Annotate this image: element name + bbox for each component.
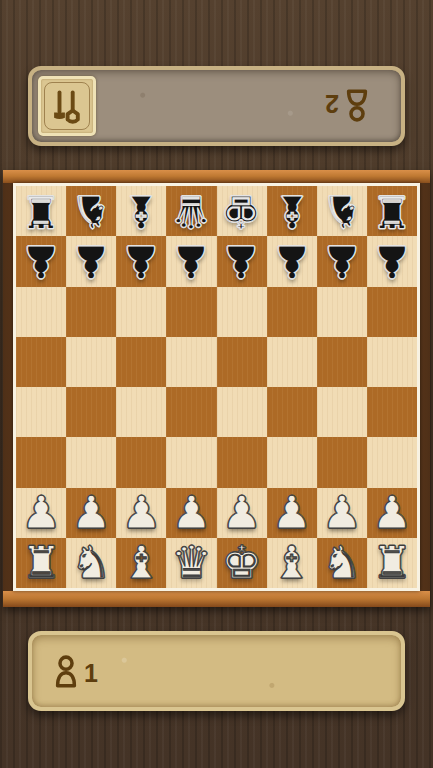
piece-white-rook[interactable]: ♜ <box>372 538 412 588</box>
square-g4[interactable] <box>317 387 367 437</box>
square-f3[interactable] <box>267 437 317 487</box>
piece-white-pawn[interactable]: ♟ <box>121 488 161 538</box>
square-a1[interactable]: ♜ <box>16 538 66 588</box>
square-e2[interactable]: ♟ <box>217 488 267 538</box>
square-b3[interactable] <box>66 437 116 487</box>
square-a7[interactable]: ♟ <box>16 236 66 286</box>
square-e1[interactable]: ♚ <box>217 538 267 588</box>
player-icon <box>341 89 373 123</box>
square-d7[interactable]: ♟ <box>166 236 216 286</box>
piece-white-bishop[interactable]: ♝ <box>121 538 161 588</box>
piece-black-pawn[interactable]: ♟ <box>272 236 312 286</box>
square-h8[interactable]: ♜ <box>367 186 417 236</box>
square-c6[interactable] <box>116 287 166 337</box>
square-c2[interactable]: ♟ <box>116 488 166 538</box>
player-info-bottom: 1 <box>50 654 98 688</box>
piece-black-rook[interactable]: ♜ <box>372 186 412 236</box>
chess-board-frame: ♜♞♝♛♚♝♞♜♟♟♟♟♟♟♟♟♟♟♟♟♟♟♟♟♜♞♝♛♚♝♞♜ <box>3 170 430 607</box>
square-a5[interactable] <box>16 337 66 387</box>
square-b1[interactable]: ♞ <box>66 538 116 588</box>
square-h2[interactable]: ♟ <box>367 488 417 538</box>
square-f7[interactable]: ♟ <box>267 236 317 286</box>
player-info-top: 2 <box>325 89 373 123</box>
player-panel-bottom: 1 <box>28 631 405 711</box>
square-g1[interactable]: ♞ <box>317 538 367 588</box>
piece-white-pawn[interactable]: ♟ <box>21 488 61 538</box>
piece-white-knight[interactable]: ♞ <box>322 538 362 588</box>
square-h3[interactable] <box>367 437 417 487</box>
piece-white-king[interactable]: ♚ <box>221 538 261 588</box>
square-g7[interactable]: ♟ <box>317 236 367 286</box>
square-b6[interactable] <box>66 287 116 337</box>
square-e7[interactable]: ♟ <box>217 236 267 286</box>
square-h6[interactable] <box>367 287 417 337</box>
square-c7[interactable]: ♟ <box>116 236 166 286</box>
piece-black-pawn[interactable]: ♟ <box>221 236 261 286</box>
square-g3[interactable] <box>317 437 367 487</box>
square-d3[interactable] <box>166 437 216 487</box>
piece-black-knight[interactable]: ♞ <box>322 186 362 236</box>
square-g6[interactable] <box>317 287 367 337</box>
square-a2[interactable]: ♟ <box>16 488 66 538</box>
piece-black-king[interactable]: ♚ <box>221 186 261 236</box>
board-frame-top-edge <box>3 170 430 183</box>
app-screen: 2 ♜♞♝♛♚♝♞♜♟♟♟♟♟♟♟♟♟♟♟♟♟♟♟♟♜♞♝♛♚♝♞♜ <box>0 0 433 768</box>
piece-black-rook[interactable]: ♜ <box>21 186 61 236</box>
piece-black-pawn[interactable]: ♟ <box>372 236 412 286</box>
player-icon <box>50 654 82 688</box>
piece-black-queen[interactable]: ♛ <box>171 186 211 236</box>
square-g5[interactable] <box>317 337 367 387</box>
piece-white-pawn[interactable]: ♟ <box>221 488 261 538</box>
piece-white-pawn[interactable]: ♟ <box>71 488 111 538</box>
square-f8[interactable]: ♝ <box>267 186 317 236</box>
piece-white-pawn[interactable]: ♟ <box>171 488 211 538</box>
square-g8[interactable]: ♞ <box>317 186 367 236</box>
square-e8[interactable]: ♚ <box>217 186 267 236</box>
square-a8[interactable]: ♜ <box>16 186 66 236</box>
piece-black-bishop[interactable]: ♝ <box>121 186 161 236</box>
wrench-hammer-icon <box>49 88 85 124</box>
square-e5[interactable] <box>217 337 267 387</box>
player-number-top: 2 <box>325 91 339 117</box>
piece-white-rook[interactable]: ♜ <box>21 538 61 588</box>
square-d6[interactable] <box>166 287 216 337</box>
square-f6[interactable] <box>267 287 317 337</box>
square-b2[interactable]: ♟ <box>66 488 116 538</box>
square-c1[interactable]: ♝ <box>116 538 166 588</box>
piece-white-pawn[interactable]: ♟ <box>272 488 312 538</box>
square-d2[interactable]: ♟ <box>166 488 216 538</box>
piece-black-pawn[interactable]: ♟ <box>121 236 161 286</box>
square-f4[interactable] <box>267 387 317 437</box>
square-b8[interactable]: ♞ <box>66 186 116 236</box>
square-d1[interactable]: ♛ <box>166 538 216 588</box>
square-a6[interactable] <box>16 287 66 337</box>
square-d4[interactable] <box>166 387 216 437</box>
square-b5[interactable] <box>66 337 116 387</box>
square-h5[interactable] <box>367 337 417 387</box>
square-b4[interactable] <box>66 387 116 437</box>
piece-black-pawn[interactable]: ♟ <box>71 236 111 286</box>
square-a4[interactable] <box>16 387 66 437</box>
player-panel-top: 2 <box>28 66 405 146</box>
square-f2[interactable]: ♟ <box>267 488 317 538</box>
piece-white-queen[interactable]: ♛ <box>171 538 211 588</box>
piece-black-pawn[interactable]: ♟ <box>171 236 211 286</box>
square-e6[interactable] <box>217 287 267 337</box>
square-a3[interactable] <box>16 437 66 487</box>
square-c3[interactable] <box>116 437 166 487</box>
square-f5[interactable] <box>267 337 317 387</box>
piece-black-pawn[interactable]: ♟ <box>21 236 61 286</box>
square-g2[interactable]: ♟ <box>317 488 367 538</box>
piece-white-pawn[interactable]: ♟ <box>322 488 362 538</box>
square-e4[interactable] <box>217 387 267 437</box>
square-c8[interactable]: ♝ <box>116 186 166 236</box>
piece-black-bishop[interactable]: ♝ <box>272 186 312 236</box>
piece-white-pawn[interactable]: ♟ <box>372 488 412 538</box>
board-frame-bottom-edge <box>3 591 430 607</box>
square-e3[interactable] <box>217 437 267 487</box>
square-c4[interactable] <box>116 387 166 437</box>
square-d8[interactable]: ♛ <box>166 186 216 236</box>
square-b7[interactable]: ♟ <box>66 236 116 286</box>
player-number-bottom: 1 <box>84 660 98 686</box>
square-h1[interactable]: ♜ <box>367 538 417 588</box>
square-h4[interactable] <box>367 387 417 437</box>
piece-white-bishop[interactable]: ♝ <box>272 538 312 588</box>
settings-button[interactable] <box>38 76 96 136</box>
square-d5[interactable] <box>166 337 216 387</box>
piece-black-pawn[interactable]: ♟ <box>322 236 362 286</box>
chess-board: ♜♞♝♛♚♝♞♜♟♟♟♟♟♟♟♟♟♟♟♟♟♟♟♟♜♞♝♛♚♝♞♜ <box>13 183 420 591</box>
square-c5[interactable] <box>116 337 166 387</box>
piece-white-knight[interactable]: ♞ <box>71 538 111 588</box>
square-f1[interactable]: ♝ <box>267 538 317 588</box>
square-h7[interactable]: ♟ <box>367 236 417 286</box>
piece-black-knight[interactable]: ♞ <box>71 186 111 236</box>
